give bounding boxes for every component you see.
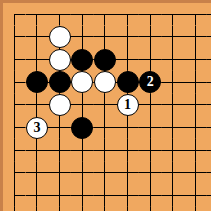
intersection-c3-r1 [48, 3, 71, 26]
intersection-c10-r9 [207, 184, 211, 207]
intersection-c5-r6 [94, 116, 117, 139]
intersection-c8-r4 [162, 71, 185, 94]
intersection-c5-r4 [94, 71, 117, 94]
intersection-c8-r1 [162, 3, 185, 26]
intersection-c4-r7 [71, 139, 94, 162]
intersection-c7-r7 [139, 139, 162, 162]
intersection-c9-r6 [184, 116, 207, 139]
white-stone [49, 94, 71, 116]
intersection-c10-r5 [207, 94, 211, 117]
intersection-c2-r7 [26, 139, 49, 162]
intersection-c9-r5 [184, 94, 207, 117]
intersection-c4-r8 [71, 162, 94, 185]
intersection-c7-r3 [139, 48, 162, 71]
intersection-c10-r1 [207, 3, 211, 26]
intersection-c6-r4 [116, 71, 139, 94]
black-stone [49, 71, 71, 93]
intersection-c5-r1 [94, 3, 117, 26]
intersection-c1-r1 [3, 3, 26, 26]
intersection-c4-r2 [71, 26, 94, 49]
white-stone-move-3: 3 [26, 117, 48, 139]
white-stone [49, 49, 71, 71]
intersection-c6-r2 [116, 26, 139, 49]
intersection-c6-r10 [116, 207, 139, 211]
intersection-c6-r9 [116, 184, 139, 207]
go-grid: 213 [3, 3, 211, 211]
intersection-c2-r10 [26, 207, 49, 211]
intersection-c5-r5 [94, 94, 117, 117]
intersection-c1-r4 [3, 71, 26, 94]
intersection-c2-r5 [26, 94, 49, 117]
intersection-c4-r10 [71, 207, 94, 211]
intersection-c5-r7 [94, 139, 117, 162]
intersection-c1-r10 [3, 207, 26, 211]
intersection-c8-r7 [162, 139, 185, 162]
intersection-c10-r2 [207, 26, 211, 49]
intersection-c10-r10 [207, 207, 211, 211]
intersection-c1-r2 [3, 26, 26, 49]
intersection-c3-r7 [48, 139, 71, 162]
intersection-c1-r8 [3, 162, 26, 185]
intersection-c3-r8 [48, 162, 71, 185]
intersection-c2-r8 [26, 162, 49, 185]
intersection-c3-r5 [48, 94, 71, 117]
intersection-c2-r2 [26, 26, 49, 49]
intersection-c1-r7 [3, 139, 26, 162]
intersection-c10-r8 [207, 162, 211, 185]
intersection-c10-r4 [207, 71, 211, 94]
intersection-c10-r6 [207, 116, 211, 139]
intersection-c8-r2 [162, 26, 185, 49]
intersection-c8-r10 [162, 207, 185, 211]
intersection-c8-r9 [162, 184, 185, 207]
intersection-c3-r10 [48, 207, 71, 211]
intersection-c2-r3 [26, 48, 49, 71]
intersection-c8-r3 [162, 48, 185, 71]
intersection-c5-r3 [94, 48, 117, 71]
intersection-c9-r7 [184, 139, 207, 162]
intersection-c6-r1 [116, 3, 139, 26]
intersection-c5-r8 [94, 162, 117, 185]
intersection-c4-r4 [71, 71, 94, 94]
intersection-c1-r6 [3, 116, 26, 139]
intersection-c1-r9 [3, 184, 26, 207]
intersection-c7-r1 [139, 3, 162, 26]
intersection-c7-r2 [139, 26, 162, 49]
intersection-c8-r6 [162, 116, 185, 139]
white-stone [94, 71, 116, 93]
go-board: 213 [0, 0, 211, 211]
intersection-c9-r3 [184, 48, 207, 71]
intersection-c3-r6 [48, 116, 71, 139]
intersection-c6-r3 [116, 48, 139, 71]
intersection-c10-r3 [207, 48, 211, 71]
intersection-c3-r3 [48, 48, 71, 71]
intersection-c6-r5: 1 [116, 94, 139, 117]
intersection-c7-r9 [139, 184, 162, 207]
intersection-c5-r2 [94, 26, 117, 49]
intersection-c1-r5 [3, 94, 26, 117]
intersection-c4-r5 [71, 94, 94, 117]
intersection-c3-r9 [48, 184, 71, 207]
intersection-c5-r9 [94, 184, 117, 207]
intersection-c2-r4 [26, 71, 49, 94]
intersection-c4-r9 [71, 184, 94, 207]
intersection-c7-r4: 2 [139, 71, 162, 94]
white-stone [49, 26, 71, 48]
intersection-c4-r1 [71, 3, 94, 26]
intersection-c9-r8 [184, 162, 207, 185]
intersection-c1-r3 [3, 48, 26, 71]
white-stone [71, 71, 93, 93]
intersection-c4-r6 [71, 116, 94, 139]
intersection-c10-r7 [207, 139, 211, 162]
intersection-c5-r10 [94, 207, 117, 211]
intersection-c8-r5 [162, 94, 185, 117]
intersection-c9-r9 [184, 184, 207, 207]
intersection-c7-r8 [139, 162, 162, 185]
intersection-c2-r6: 3 [26, 116, 49, 139]
white-stone-move-1: 1 [117, 94, 139, 116]
intersection-c9-r10 [184, 207, 207, 211]
intersection-c3-r2 [48, 26, 71, 49]
intersection-c2-r9 [26, 184, 49, 207]
black-stone [117, 71, 139, 93]
black-stone [71, 49, 93, 71]
intersection-c8-r8 [162, 162, 185, 185]
intersection-c7-r10 [139, 207, 162, 211]
intersection-c9-r1 [184, 3, 207, 26]
intersection-c6-r7 [116, 139, 139, 162]
intersection-c9-r2 [184, 26, 207, 49]
intersection-c2-r1 [26, 3, 49, 26]
intersection-c3-r4 [48, 71, 71, 94]
black-stone [71, 117, 93, 139]
intersection-c6-r8 [116, 162, 139, 185]
intersection-c4-r3 [71, 48, 94, 71]
intersection-c6-r6 [116, 116, 139, 139]
black-stone [26, 71, 48, 93]
black-stone [94, 49, 116, 71]
intersection-c9-r4 [184, 71, 207, 94]
intersection-c7-r5 [139, 94, 162, 117]
intersection-c7-r6 [139, 116, 162, 139]
black-stone-move-2: 2 [139, 71, 161, 93]
